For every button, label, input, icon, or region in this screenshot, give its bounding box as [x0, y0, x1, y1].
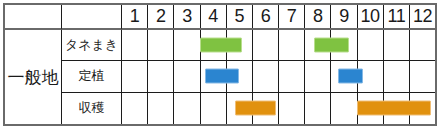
month-cell [331, 93, 357, 124]
month-header-cell: 12 [410, 5, 435, 28]
month-header-cell: 3 [174, 5, 200, 28]
month-header-cell: 9 [331, 5, 357, 28]
month-header-cell: 2 [148, 5, 174, 28]
month-cell [174, 61, 200, 91]
month-cell [174, 30, 200, 60]
month-header-cell: 5 [227, 5, 253, 28]
month-cell [279, 30, 305, 60]
activity-bar [338, 69, 363, 84]
region-label: 一般地 [8, 66, 59, 89]
month-cell [253, 61, 279, 91]
activity-bar [357, 101, 431, 116]
month-header-cell: 10 [358, 5, 384, 28]
calendar-table: 123456789101112 一般地 タネまき 定植 収穫 [3, 3, 437, 126]
row-track-harvest [122, 93, 435, 124]
month-header-cell: 11 [384, 5, 410, 28]
month-cell [201, 93, 227, 124]
month-cell [122, 61, 148, 91]
month-header-cell: 8 [305, 5, 331, 28]
row-track-transplant [122, 61, 435, 92]
activity-bar [205, 69, 239, 84]
month-header-cell: 7 [279, 5, 305, 28]
planting-calendar-page: { "header": { "months": ["1","2","3","4"… [0, 0, 440, 130]
month-cell [279, 61, 305, 91]
row-track-sowing [122, 30, 435, 61]
month-cell [384, 30, 410, 60]
activity-bar [200, 38, 242, 53]
month-cell [305, 93, 331, 124]
month-cell [174, 93, 200, 124]
month-header-cell: 6 [253, 5, 279, 28]
month-cell [279, 93, 305, 124]
region-label-cell: 一般地 [5, 30, 62, 124]
activity-bar [314, 38, 349, 53]
month-header-cell: 4 [201, 5, 227, 28]
header-corner-activity-cell [62, 5, 122, 30]
month-header-cell: 1 [122, 5, 148, 28]
month-cell [148, 30, 174, 60]
month-cell [410, 30, 435, 60]
month-cell [384, 61, 410, 91]
month-cell [410, 61, 435, 91]
month-cell [122, 93, 148, 124]
activity-bar [235, 101, 275, 116]
header-corner-region-cell [5, 5, 62, 30]
month-cell [358, 30, 384, 60]
row-label-sowing: タネまき [62, 30, 122, 61]
month-cell [305, 61, 331, 91]
month-cell [253, 30, 279, 60]
month-cell [148, 93, 174, 124]
row-label-harvest: 収穫 [62, 93, 122, 124]
month-cell [148, 61, 174, 91]
month-header: 123456789101112 [122, 5, 435, 30]
row-label-transplant: 定植 [62, 61, 122, 92]
month-cell [122, 30, 148, 60]
